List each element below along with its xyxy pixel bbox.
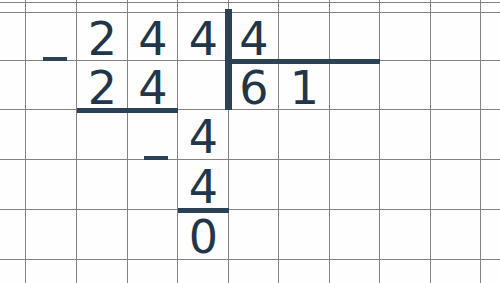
paper-cell <box>330 110 380 160</box>
paper-cell <box>0 61 26 110</box>
paper-cell <box>229 110 279 160</box>
paper-cell <box>128 210 178 260</box>
division-bracket-horizontal-line <box>229 59 380 64</box>
subtraction-underline-step1 <box>77 108 178 113</box>
paper-cell <box>128 160 178 210</box>
quotient-digit-tens: 6 <box>229 63 279 112</box>
paper-cell <box>431 61 481 110</box>
paper-cell <box>431 210 481 260</box>
paper-cell <box>128 260 178 283</box>
paper-cell <box>330 13 380 61</box>
paper-cell <box>380 160 431 210</box>
paper-cell <box>0 260 26 283</box>
paper-cell <box>0 210 26 260</box>
paper-cell <box>431 260 481 283</box>
paper-cell <box>279 110 330 160</box>
paper-cell <box>380 61 431 110</box>
paper-cell <box>431 160 481 210</box>
paper-cell <box>26 110 77 160</box>
paper-cell <box>481 13 500 61</box>
paper-cell <box>229 210 279 260</box>
divisor-digit: 4 <box>229 15 279 63</box>
paper-cell <box>0 160 26 210</box>
paper-cell <box>26 260 77 283</box>
brought-down-digit: 4 <box>178 112 229 162</box>
dividend-digit-tens: 4 <box>128 15 178 63</box>
paper-cell <box>481 260 500 283</box>
paper-cell <box>380 260 431 283</box>
paper-cell <box>178 61 229 110</box>
paper-cell <box>330 160 380 210</box>
paper-cell <box>279 210 330 260</box>
paper-cell <box>279 160 330 210</box>
paper-cell <box>431 13 481 61</box>
paper-cell <box>330 260 380 283</box>
paper-cell <box>431 110 481 160</box>
paper-cell <box>481 210 500 260</box>
dividend-digit-units: 4 <box>178 15 229 63</box>
paper-cell <box>229 160 279 210</box>
paper-cell <box>279 260 330 283</box>
paper-cell <box>128 110 178 160</box>
paper-cell <box>330 61 380 110</box>
paper-cell <box>380 210 431 260</box>
paper-line-top <box>0 2 500 3</box>
subtraction-underline-step2 <box>178 208 229 213</box>
paper-cell <box>380 13 431 61</box>
dividend-digit-hundreds: 2 <box>77 15 128 63</box>
paper-cell <box>26 61 77 110</box>
paper-cell <box>229 260 279 283</box>
paper-cell <box>481 110 500 160</box>
paper-cell <box>380 110 431 160</box>
paper-cell <box>481 160 500 210</box>
paper-cell <box>77 160 128 210</box>
paper-cell <box>26 160 77 210</box>
subtrahend-2-units: 4 <box>178 162 229 212</box>
long-division-worksheet: 24442461440 <box>0 0 500 283</box>
paper-cell <box>77 110 128 160</box>
paper-cell <box>26 13 77 61</box>
subtrahend-1-units: 4 <box>128 63 178 112</box>
subtrahend-1-tens: 2 <box>77 63 128 112</box>
quotient-digit-units: 1 <box>279 63 330 112</box>
minus-sign-step2 <box>144 156 168 160</box>
remainder-digit: 0 <box>178 212 229 262</box>
paper-cell <box>279 13 330 61</box>
paper-cell <box>77 260 128 283</box>
paper-cell <box>0 13 26 61</box>
paper-cell <box>481 61 500 110</box>
paper-cell <box>0 110 26 160</box>
paper-cell <box>77 210 128 260</box>
paper-cell <box>330 210 380 260</box>
minus-sign-step1 <box>43 57 67 61</box>
paper-cell <box>26 210 77 260</box>
